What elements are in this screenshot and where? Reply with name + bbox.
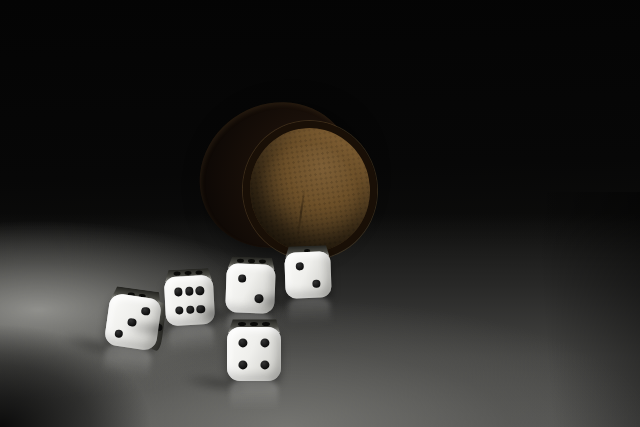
pip <box>239 360 248 369</box>
top-pip <box>262 322 270 326</box>
pip <box>260 339 269 348</box>
die-5-reflection <box>230 379 279 418</box>
top-pip <box>238 322 246 326</box>
top-pip <box>237 258 244 262</box>
shadow-vignette-right <box>352 192 640 427</box>
die-4-front-face <box>284 251 332 299</box>
die-4 <box>284 251 332 299</box>
pip <box>195 286 204 295</box>
pip <box>260 360 269 369</box>
pip <box>174 287 183 296</box>
top-pip <box>248 259 255 263</box>
pip <box>313 280 321 288</box>
pip <box>141 306 151 316</box>
top-pip <box>174 271 181 275</box>
cup-interior-seam <box>295 187 305 246</box>
die-1-reflection <box>101 343 153 387</box>
pip <box>239 339 248 348</box>
top-pip <box>250 322 258 326</box>
top-pip <box>259 259 266 263</box>
die-4-reflection <box>288 296 331 331</box>
top-pip <box>195 270 202 274</box>
pip <box>295 262 303 270</box>
scene <box>0 0 640 427</box>
die-5-front-face <box>227 327 281 381</box>
top-pip <box>184 271 191 275</box>
pip <box>185 287 194 296</box>
pip <box>238 274 247 283</box>
die-5 <box>227 327 281 381</box>
die-2-reflection <box>169 322 215 360</box>
